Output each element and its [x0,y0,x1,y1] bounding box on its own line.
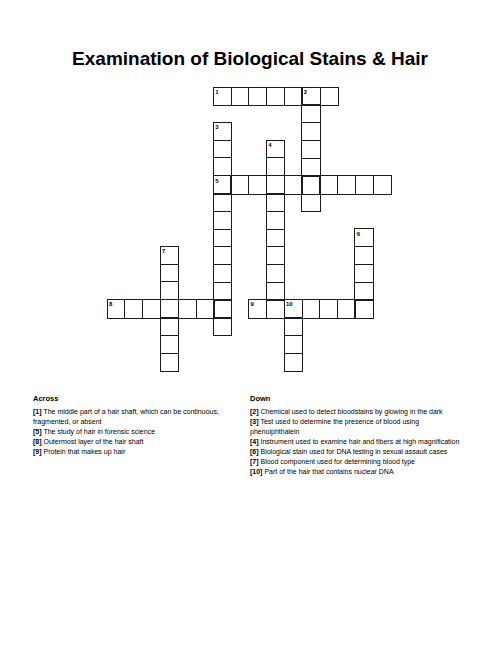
clue-down-2: [2] Chemical used to detect bloodstains … [250,407,462,417]
grid-cell[interactable] [214,229,232,247]
grid-cell[interactable] [355,176,373,194]
grid-cell[interactable] [214,176,231,194]
word-10-down [284,299,304,372]
grid-cell[interactable] [337,176,355,194]
grid-cell[interactable] [285,353,303,371]
grid-cell[interactable] [161,317,179,335]
word-9-across [248,299,374,319]
across-heading: Across [33,394,247,403]
grid-cell[interactable] [214,157,232,175]
grid-cell[interactable] [231,88,249,106]
grid-cell[interactable] [214,264,232,282]
grid-cell[interactable] [355,264,373,282]
word-5-across [213,175,392,195]
down-clues-section: Down [2] Chemical used to detect bloodst… [250,394,462,477]
across-clues-section: Across [1] The middle part of a hair sha… [33,394,247,457]
grid-cell[interactable] [214,300,232,318]
grid-cell[interactable] [373,176,391,194]
grid-cell[interactable] [355,246,373,264]
grid-cell[interactable] [161,335,179,353]
grid-cell[interactable] [267,157,285,175]
grid-cell[interactable] [302,176,320,194]
clue-across-5: [5] The study of hair in forensic scienc… [33,427,247,437]
grid-cell[interactable] [161,281,179,299]
grid-cell[interactable] [284,176,302,194]
clue-text: Biological stain used for DNA testing in… [259,448,448,455]
grid-cell[interactable] [267,282,285,300]
grid-cell[interactable] [302,140,320,158]
grid-cell[interactable] [337,300,355,318]
clue-text: The middle part of a hair shaft, which c… [33,408,219,425]
grid-cell[interactable] [302,158,320,176]
clue-across-8: [8] Outermost layer of the hair shaft [33,437,247,447]
clue-number: [6] [250,448,259,455]
clue-number: [2] [250,408,259,415]
down-clue-list: [2] Chemical used to detect bloodstains … [250,407,462,477]
grid-cell[interactable] [214,88,231,106]
grid-cell[interactable] [355,282,373,300]
clue-number: [10] [250,468,262,475]
clue-text: Outermost layer of the hair shaft [42,438,144,445]
grid-cell[interactable] [285,335,303,353]
grid-cell[interactable] [214,211,232,229]
grid-cell[interactable] [266,176,284,194]
clue-down-4: [4] Instrument used to examine hair and … [250,437,462,447]
grid-cell[interactable] [161,264,179,282]
clue-down-7: [7] Blood component used for determining… [250,457,462,467]
clue-across-1: [1] The middle part of a hair shaft, whi… [33,407,247,427]
grid-cell[interactable] [124,300,142,318]
clue-down-10: [10] Part of the hair that contains nucl… [250,467,462,477]
grid-cell[interactable] [160,300,178,318]
across-clue-list: [1] The middle part of a hair shaft, whi… [33,407,247,457]
grid-cell[interactable] [248,88,266,106]
clue-number: [5] [33,428,42,435]
word-4-down [266,140,286,319]
grid-cell[interactable] [161,353,179,371]
grid-cell[interactable] [302,300,320,318]
grid-cell[interactable] [302,194,320,212]
grid-cell[interactable] [319,176,337,194]
grid-cell[interactable] [249,300,266,318]
grid-cell[interactable] [285,300,303,317]
grid-cell[interactable] [214,282,232,300]
clue-text: Blood component used for determining blo… [259,458,415,465]
grid-cell[interactable] [320,88,338,106]
grid-cell[interactable] [284,88,302,106]
grid-cell[interactable] [178,300,196,318]
grid-cell[interactable] [267,193,285,211]
crossword-grid: 12345678910 [108,88,392,372]
clue-text: Chemical used to detect bloodstains by g… [259,408,443,415]
grid-cell[interactable] [230,176,248,194]
grid-cell[interactable] [214,246,232,264]
grid-cell[interactable] [267,229,285,247]
clue-number: [3] [250,418,259,425]
grid-cell[interactable] [302,122,320,140]
clue-down-3: [3] Test used to determine the presence … [250,417,462,437]
clue-across-9: [9] Protein that makes up hair [33,447,247,457]
grid-cell[interactable] [355,229,373,246]
grid-cell[interactable] [302,88,320,105]
clue-text: Instrument used to examine hair and fibe… [259,438,460,445]
clue-text: Part of the hair that contains nuclear D… [262,468,393,475]
grid-cell[interactable] [214,193,232,211]
clue-number: [8] [33,438,42,445]
clue-down-6: [6] Biological stain used for DNA testin… [250,447,462,457]
grid-cell[interactable] [196,300,214,318]
grid-cell[interactable] [267,141,285,158]
clue-number: [4] [250,438,259,445]
grid-cell[interactable] [267,211,285,229]
grid-cell[interactable] [214,123,232,140]
grid-cell[interactable] [108,300,125,318]
clue-text: The study of hair in forensic science [42,428,155,435]
grid-cell[interactable] [161,247,179,264]
grid-cell[interactable] [214,140,232,158]
grid-cell[interactable] [142,300,160,318]
grid-cell[interactable] [266,300,284,318]
clue-text: Test used to determine the presence of b… [250,418,419,435]
grid-cell[interactable] [248,176,266,194]
clue-number: [7] [250,458,259,465]
puzzle-title: Examination of Biological Stains & Hair [0,48,500,70]
grid-cell[interactable] [267,246,285,264]
grid-cell[interactable] [285,317,303,335]
word-8-across [107,299,233,319]
down-heading: Down [250,394,462,403]
clue-number: [9] [33,448,42,455]
clue-text: Protein that makes up hair [42,448,126,455]
grid-cell[interactable] [355,300,373,318]
grid-cell[interactable] [302,104,320,122]
grid-cell[interactable] [266,88,284,106]
grid-cell[interactable] [319,300,337,318]
grid-cell[interactable] [214,317,232,335]
grid-cell[interactable] [267,264,285,282]
clue-number: [1] [33,408,42,415]
